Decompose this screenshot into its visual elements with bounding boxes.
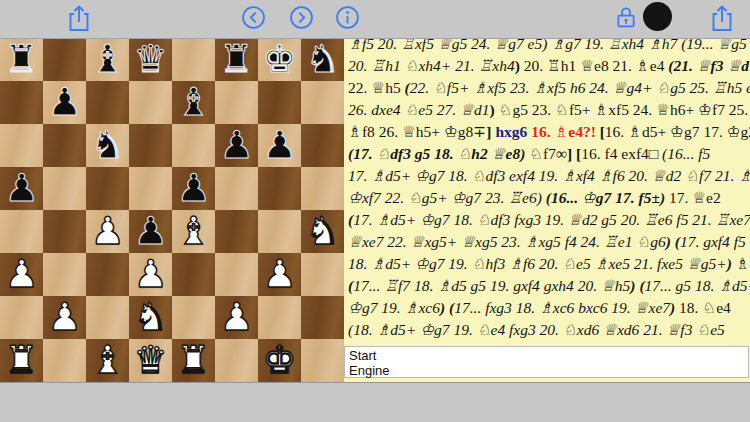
analysis-line: (17... ♖f7 18. ♗d5 g5 19. gxf4 gxh4 20. … [348,275,750,297]
white-knight-piece: ♞ [305,210,339,253]
share-icon[interactable] [707,3,737,33]
square-e6[interactable] [172,124,215,167]
square-a5[interactable]: ♟ [0,167,43,210]
analysis-line: 18. ♗d5+ ♔g7 19. ♘hf3 ♗f6 20. ♘e5 ♗xe5 2… [348,253,750,275]
square-c7[interactable] [86,81,129,124]
top-toolbar [0,0,750,39]
move-text[interactable]: (18. ♗d5+ ♔g7 19. ♘e4 fxg3 20. ♘xd6 ♕xd6… [348,321,725,338]
analysis-line: 20. ♖h1 ♘xh4+ 21. ♖xh4) 20. ♖h1 ♕e8 21. … [348,55,750,77]
move-text[interactable]: 17... g5 18. ♗d5+ [645,277,750,294]
analysis-line: ♕xe7 22. ♕xg5+ ♕xg5 23. ♗xg5 f4 24. ♖e1 … [348,231,750,253]
square-d5[interactable] [129,167,172,210]
square-b2[interactable]: ♟ [43,296,86,339]
square-d2[interactable]: ♞ [129,296,172,339]
square-b6[interactable] [43,124,86,167]
square-d6[interactable] [129,124,172,167]
move-text[interactable]: 17... ♖f7 18. ♗d5 g5 19. gxf4 gxh4 20. ♕… [353,277,630,294]
move-text[interactable]: ] [ [567,145,581,162]
black-pawn-piece: ♟ [133,210,167,253]
analysis-line: (17. ♘df3 g5 18. ♘h2 ♕e8) ♘f7∞] [16. f4 … [348,143,750,165]
move-text[interactable]: (16... ♔g7 17. f5±) [546,189,669,206]
square-f1[interactable] [215,339,258,382]
move-text[interactable]: hxg6 [495,123,531,140]
white-king-piece: ♚ [262,339,296,382]
move-text[interactable]: 26. dxe4 ♘e5 27. ♕d1 [348,101,489,118]
black-bishop-piece: ♝ [90,38,124,81]
engine-menu[interactable]: Start Engine [344,346,749,378]
square-a1[interactable]: ♜ [0,339,43,382]
square-d1[interactable]: ♛ [129,339,172,382]
move-text[interactable]: 20. ♖h1 ♕e8 21. ♗e4 [524,57,669,74]
white-pawn-piece: ♟ [47,296,81,339]
square-h1[interactable] [301,339,344,382]
black-knight-piece: ♞ [90,124,124,167]
move-text[interactable]: 16. f4 exf4□ [581,145,662,162]
move-text[interactable]: 17. ♕e2 [669,189,721,206]
square-g2[interactable] [258,296,301,339]
square-g5[interactable] [258,167,301,210]
move-text[interactable]: 18. ♘e4 [679,299,731,316]
square-b1[interactable] [43,339,86,382]
black-knight-piece: ♞ [305,38,339,81]
square-a7[interactable] [0,81,43,124]
move-text[interactable]: ) ( [630,277,644,294]
black-king-piece: ♚ [262,38,296,81]
square-d7[interactable] [129,81,172,124]
square-h2[interactable] [301,296,344,339]
square-a8[interactable]: ♜ [0,38,43,81]
app-window: ♜♝♛♜♚♞♟♝♞♟♟♟♟♟♟♝♞♟♟♟♟♞♟♜♝♛♜♚ ♗f5 20. ♖xf… [0,0,750,422]
square-c8[interactable]: ♝ [86,38,129,81]
square-h8[interactable]: ♞ [301,38,344,81]
square-a3[interactable]: ♟ [0,253,43,296]
square-b3[interactable] [43,253,86,296]
analysis-line: 22. ♕h5 (22. ♘f5+ ♗xf5 23. ♗xf5 h6 24. ♕… [348,77,750,99]
square-h3[interactable] [301,253,344,296]
white-pawn-piece: ♟ [262,253,296,296]
engine-menu-item-start[interactable]: Start [345,348,748,363]
square-g4[interactable] [258,210,301,253]
black-pawn-piece: ♟ [176,167,210,210]
square-b5[interactable] [43,167,86,210]
move-text[interactable]: ♗f8 26. ♕h5+ ♔g8∓ [348,123,486,140]
square-c2[interactable] [86,296,129,339]
black-pawn-piece: ♟ [219,124,253,167]
chess-board[interactable]: ♜♝♛♜♚♞♟♝♞♟♟♟♟♟♟♝♞♟♟♟♟♞♟♜♝♛♜♚ [0,38,344,382]
bottom-toolbar [0,382,750,422]
square-f2[interactable]: ♟ [215,296,258,339]
square-f8[interactable]: ♜ [215,38,258,81]
square-b8[interactable] [43,38,86,81]
move-text[interactable]: ) ( [440,299,454,316]
move-text[interactable]: 16. ♗e4?! [531,123,600,140]
square-c4[interactable]: ♟ [86,210,129,253]
white-knight-piece: ♞ [133,296,167,339]
move-text[interactable]: ♘g5 23. ♘f5+ ♗xf5 24. ♕h6+ ♔f7 25. ♗xf5 [498,101,750,118]
square-c1[interactable]: ♝ [86,339,129,382]
move-text[interactable]: (17. ♘df3 g5 18. ♘h2 ♕e8) [348,145,529,162]
move-text[interactable]: (16... f5 [662,145,710,162]
white-rook-piece: ♜ [176,339,210,382]
square-f7[interactable] [215,81,258,124]
square-f3[interactable] [215,253,258,296]
lock-icon[interactable] [612,3,640,31]
square-b4[interactable] [43,210,86,253]
square-g1[interactable]: ♚ [258,339,301,382]
square-c6[interactable]: ♞ [86,124,129,167]
black-pawn-piece: ♟ [4,167,38,210]
square-h6[interactable] [301,124,344,167]
black-pawn-piece: ♟ [262,124,296,167]
export-icon[interactable] [64,3,94,33]
square-h7[interactable] [301,81,344,124]
black-pawn-piece: ♟ [47,81,81,124]
square-g3[interactable]: ♟ [258,253,301,296]
white-pawn-piece: ♟ [219,296,253,339]
back-circle-icon[interactable] [240,4,267,31]
move-text[interactable]: 18. ♗d5+ ♔g7 19. ♘hf3 ♗f6 20. ♘e5 ♗xe5 2… [348,255,727,272]
square-d3[interactable]: ♟ [129,253,172,296]
move-text[interactable]: ♗d6! [736,255,750,272]
move-text[interactable]: 22. ♕h5 [348,79,405,96]
square-g7[interactable] [258,81,301,124]
move-text[interactable]: 22. ♘f5+ ♗xf5 23. ♗xf5 h6 24. ♕g4+ ♘g5 2… [410,79,750,96]
black-bishop-piece: ♝ [176,81,210,124]
analysis-line: ♗f5 20. ♖xf5 ♕g5 24. ♕g7 e5) ♗g7 19. ♖xh… [348,38,750,55]
square-f4[interactable] [215,210,258,253]
square-e8[interactable] [172,38,215,81]
square-h5[interactable] [301,167,344,210]
square-c5[interactable] [86,167,129,210]
forward-circle-icon[interactable] [288,4,315,31]
info-circle-icon[interactable] [334,4,361,31]
black-rook-piece: ♜ [4,38,38,81]
white-pawn-piece: ♟ [90,210,124,253]
move-text[interactable]: ) ( [666,233,680,250]
move-text[interactable]: ) [670,299,679,316]
square-f5[interactable] [215,167,258,210]
move-text[interactable]: ♔g7 19. ♗xc6 [348,299,440,316]
move-text[interactable]: ♕xe7 22. ♕xg5+ ♕xg5 23. ♗xg5 f4 24. ♖e1 … [348,233,666,250]
move-text[interactable]: ♔xf7 22. ♘g5+ ♔g7 23. ♖e6) [348,189,546,206]
square-e3[interactable] [172,253,215,296]
move-text[interactable]: ♘f7∞ [529,145,567,162]
move-text[interactable]: ) [515,57,524,74]
square-h4[interactable]: ♞ [301,210,344,253]
square-e1[interactable]: ♜ [172,339,215,382]
white-bishop-piece: ♝ [90,339,124,382]
square-g6[interactable]: ♟ [258,124,301,167]
analysis-line: ♔g7 19. ♗xc6) (17... fxg3 18. ♗xc6 bxc6 … [348,297,750,319]
move-text[interactable]: (21. ♕f3 ♕d7) [668,57,750,74]
black-queen-piece: ♛ [133,38,167,81]
white-rook-piece: ♜ [4,339,38,382]
analysis-line: 26. dxe4 ♘e5 27. ♕d1) ♘g5 23. ♘f5+ ♗xf5 … [348,99,750,121]
white-bishop-piece: ♝ [176,210,210,253]
square-b7[interactable]: ♟ [43,81,86,124]
move-text[interactable]: 16. ♗d5+ ♔g7 17. ♔g2 [605,123,750,140]
move-text[interactable]: 17. ♗d5+ ♔g7 18. ♘df3 fxg3 19. ♕d2 g5 20… [353,211,750,228]
square-a2[interactable] [0,296,43,339]
black-rook-piece: ♜ [219,38,253,81]
square-d8[interactable]: ♛ [129,38,172,81]
square-a4[interactable] [0,210,43,253]
square-e2[interactable] [172,296,215,339]
square-d4[interactable]: ♟ [129,210,172,253]
analysis-panel[interactable]: ♗f5 20. ♖xf5 ♕g5 24. ♕g7 e5) ♗g7 19. ♖xh… [344,38,750,382]
white-pawn-piece: ♟ [133,253,167,296]
engine-menu-item-engine[interactable]: Engine [345,363,748,378]
analysis-line: (17. ♗d5+ ♔g7 18. ♘df3 fxg3 19. ♕d2 g5 2… [348,209,750,231]
analysis-line: 17. ♗d5+ ♔g7 18. ♘df3 exf4 19. ♗xf4 ♗f6 … [348,165,750,187]
move-text[interactable]: 17. ♗d5+ ♔g7 18. ♘df3 exf4 19. ♗xf4 ♗f6 … [348,167,750,184]
analysis-line: ♔xf7 22. ♘g5+ ♔g7 23. ♖e6) (16... ♔g7 17… [348,187,750,209]
move-text[interactable]: 20. ♖h1 ♘xh4+ 21. ♖xh4 [348,57,515,74]
square-e5[interactable]: ♟ [172,167,215,210]
square-g8[interactable]: ♚ [258,38,301,81]
black-to-move-indicator [643,2,672,31]
analysis-line: (18. ♗d5+ ♔g7 19. ♘e4 fxg3 20. ♘xd6 ♕xd6… [348,319,750,341]
square-c3[interactable] [86,253,129,296]
square-e7[interactable]: ♝ [172,81,215,124]
square-a6[interactable] [0,124,43,167]
analysis-line: ♗f8 26. ♕h5+ ♔g8∓] hxg6 16. ♗e4?! [16. ♗… [348,121,750,143]
move-text[interactable]: 17. gxf4 f5 [680,233,746,250]
white-pawn-piece: ♟ [4,253,38,296]
square-e4[interactable]: ♝ [172,210,215,253]
move-text[interactable]: ♗f5 20. ♖xf5 ♕g5 24. ♕g7 e5) ♗g7 19. ♖xh… [348,38,747,52]
square-f6[interactable]: ♟ [215,124,258,167]
white-queen-piece: ♛ [133,339,167,382]
move-text[interactable]: 17... fxg3 18. ♗xc6 bxc6 19. ♕xe7 [454,299,670,316]
analysis-text: ♗f5 20. ♖xf5 ♕g5 24. ♕g7 e5) ♗g7 19. ♖xh… [344,38,750,341]
move-text[interactable]: ) [727,255,736,272]
